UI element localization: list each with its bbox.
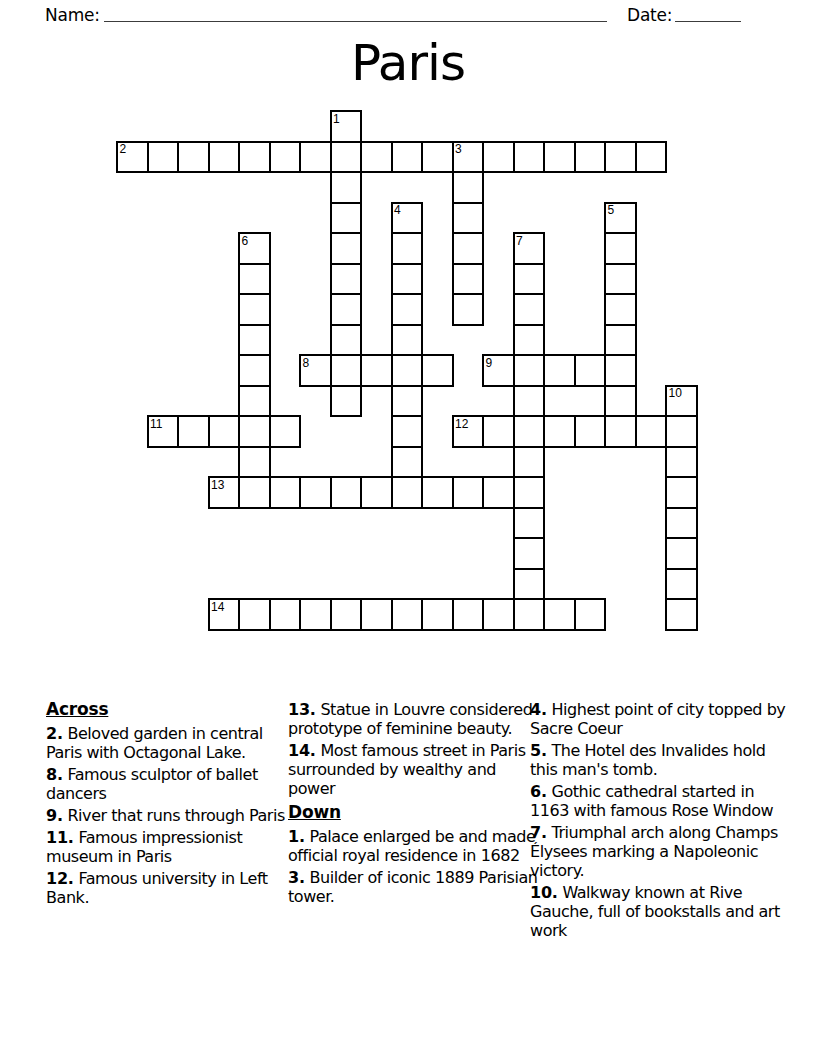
cell-r9-c16[interactable] bbox=[604, 385, 637, 418]
down-heading: Down bbox=[288, 803, 540, 822]
cell-r4-c9[interactable] bbox=[391, 232, 424, 265]
cell-r10-c1[interactable] bbox=[147, 415, 180, 448]
cell-r8-c15[interactable] bbox=[574, 354, 607, 387]
cell-r10-c14[interactable] bbox=[543, 415, 576, 448]
cell-r16-c3[interactable] bbox=[208, 598, 241, 631]
cell-r10-c12[interactable] bbox=[482, 415, 515, 448]
down-clues-group-1: 1. Palace enlarged be and made official … bbox=[288, 827, 540, 906]
cell-r12-c8[interactable] bbox=[360, 476, 393, 509]
cell-r8-c6[interactable] bbox=[299, 354, 332, 387]
cell-r7-c7[interactable] bbox=[330, 324, 363, 357]
cell-r16-c9[interactable] bbox=[391, 598, 424, 631]
cell-r11-c9[interactable] bbox=[391, 446, 424, 479]
clue-down-6: 6. Gothic cathedral started in 1163 with… bbox=[530, 782, 786, 820]
cell-r8-c14[interactable] bbox=[543, 354, 576, 387]
across-clues-group-1: 2. Beloved garden in central Paris with … bbox=[46, 724, 296, 907]
cell-r1-c9[interactable] bbox=[391, 141, 424, 174]
cell-r8-c12[interactable] bbox=[482, 354, 515, 387]
clue-down-5: 5. The Hotel des Invalides hold this man… bbox=[530, 741, 786, 779]
cell-r16-c10[interactable] bbox=[421, 598, 454, 631]
cell-r11-c4[interactable] bbox=[238, 446, 271, 479]
cell-r10-c16[interactable] bbox=[604, 415, 637, 448]
cell-r2-c7[interactable] bbox=[330, 171, 363, 204]
cell-r10-c9[interactable] bbox=[391, 415, 424, 448]
cell-r14-c13[interactable] bbox=[513, 537, 546, 570]
clue-across-12: 12. Famous university in Left Bank. bbox=[46, 869, 296, 907]
clue-across-11: 11. Famous impressionist museum in Paris bbox=[46, 828, 296, 866]
cell-r1-c17[interactable] bbox=[635, 141, 668, 174]
worksheet-header: Name: Date: bbox=[0, 0, 816, 30]
cell-r5-c11[interactable] bbox=[452, 263, 485, 296]
cell-r12-c9[interactable] bbox=[391, 476, 424, 509]
cell-r16-c8[interactable] bbox=[360, 598, 393, 631]
clue-across-8: 8. Famous sculptor of ballet dancers bbox=[46, 765, 296, 803]
cell-r10-c15[interactable] bbox=[574, 415, 607, 448]
cell-r8-c16[interactable] bbox=[604, 354, 637, 387]
cell-r7-c9[interactable] bbox=[391, 324, 424, 357]
cell-r6-c7[interactable] bbox=[330, 293, 363, 326]
cell-r1-c14[interactable] bbox=[543, 141, 576, 174]
cell-r8-c8[interactable] bbox=[360, 354, 393, 387]
cell-r5-c7[interactable] bbox=[330, 263, 363, 296]
cell-r12-c18[interactable] bbox=[665, 476, 698, 509]
cell-r13-c18[interactable] bbox=[665, 507, 698, 540]
cell-r12-c5[interactable] bbox=[269, 476, 302, 509]
cell-r5-c4[interactable] bbox=[238, 263, 271, 296]
cell-r1-c11[interactable] bbox=[452, 141, 485, 174]
cell-r1-c4[interactable] bbox=[238, 141, 271, 174]
cell-r4-c4[interactable] bbox=[238, 232, 271, 265]
cell-r1-c2[interactable] bbox=[177, 141, 210, 174]
cell-r12-c6[interactable] bbox=[299, 476, 332, 509]
cell-r16-c6[interactable] bbox=[299, 598, 332, 631]
cell-r12-c4[interactable] bbox=[238, 476, 271, 509]
cell-r1-c15[interactable] bbox=[574, 141, 607, 174]
cell-r2-c11[interactable] bbox=[452, 171, 485, 204]
cell-r8-c13[interactable] bbox=[513, 354, 546, 387]
clue-down-7: 7. Triumphal arch along Champs Élysees m… bbox=[530, 823, 786, 880]
cell-r10-c11[interactable] bbox=[452, 415, 485, 448]
crossword-grid: 1234567891011121314 bbox=[116, 110, 698, 631]
cell-r0-c7[interactable] bbox=[330, 110, 363, 143]
cell-r5-c13[interactable] bbox=[513, 263, 546, 296]
cell-r12-c10[interactable] bbox=[421, 476, 454, 509]
cell-r10-c5[interactable] bbox=[269, 415, 302, 448]
cell-r7-c4[interactable] bbox=[238, 324, 271, 357]
clues-column-2: 13. Statue in Louvre considered prototyp… bbox=[288, 700, 540, 909]
cell-r6-c11[interactable] bbox=[452, 293, 485, 326]
cell-r5-c16[interactable] bbox=[604, 263, 637, 296]
cell-r16-c11[interactable] bbox=[452, 598, 485, 631]
cell-r10-c4[interactable] bbox=[238, 415, 271, 448]
clue-down-3: 3. Builder of iconic 1889 Parisian tower… bbox=[288, 868, 540, 906]
cell-r1-c3[interactable] bbox=[208, 141, 241, 174]
cell-r16-c5[interactable] bbox=[269, 598, 302, 631]
page-title: Paris bbox=[0, 35, 816, 91]
cell-r3-c9[interactable] bbox=[391, 202, 424, 235]
cell-r6-c4[interactable] bbox=[238, 293, 271, 326]
cell-r8-c4[interactable] bbox=[238, 354, 271, 387]
cell-r16-c18[interactable] bbox=[665, 598, 698, 631]
clue-down-4: 4. Highest point of city topped by Sacre… bbox=[530, 700, 786, 738]
cell-r1-c5[interactable] bbox=[269, 141, 302, 174]
cell-r5-c9[interactable] bbox=[391, 263, 424, 296]
cell-r4-c16[interactable] bbox=[604, 232, 637, 265]
cell-r16-c7[interactable] bbox=[330, 598, 363, 631]
cell-r9-c4[interactable] bbox=[238, 385, 271, 418]
cell-r7-c16[interactable] bbox=[604, 324, 637, 357]
cell-r8-c10[interactable] bbox=[421, 354, 454, 387]
cell-r1-c12[interactable] bbox=[482, 141, 515, 174]
clue-across-9: 9. River that runs through Paris bbox=[46, 806, 296, 825]
across-clues-group-2: 13. Statue in Louvre considered prototyp… bbox=[288, 700, 540, 798]
clue-across-14: 14. Most famous street in Paris surround… bbox=[288, 741, 540, 798]
cell-r3-c16[interactable] bbox=[604, 202, 637, 235]
cell-r1-c7[interactable] bbox=[330, 141, 363, 174]
cell-r3-c7[interactable] bbox=[330, 202, 363, 235]
cell-r14-c18[interactable] bbox=[665, 537, 698, 570]
date-blank-line[interactable] bbox=[675, 21, 741, 22]
cell-r1-c13[interactable] bbox=[513, 141, 546, 174]
cell-r3-c11[interactable] bbox=[452, 202, 485, 235]
cell-r10-c17[interactable] bbox=[635, 415, 668, 448]
cell-r6-c16[interactable] bbox=[604, 293, 637, 326]
clue-across-13: 13. Statue in Louvre considered prototyp… bbox=[288, 700, 540, 738]
cell-r1-c10[interactable] bbox=[421, 141, 454, 174]
cell-r16-c14[interactable] bbox=[543, 598, 576, 631]
cell-r6-c13[interactable] bbox=[513, 293, 546, 326]
clue-down-1: 1. Palace enlarged be and made official … bbox=[288, 827, 540, 865]
clue-across-2: 2. Beloved garden in central Paris with … bbox=[46, 724, 296, 762]
name-blank-line[interactable] bbox=[104, 21, 607, 22]
cell-r16-c15[interactable] bbox=[574, 598, 607, 631]
cell-r1-c8[interactable] bbox=[360, 141, 393, 174]
cell-r10-c3[interactable] bbox=[208, 415, 241, 448]
cell-r8-c9[interactable] bbox=[391, 354, 424, 387]
clues-column-1: Across 2. Beloved garden in central Pari… bbox=[46, 700, 296, 910]
cell-r9-c7[interactable] bbox=[330, 385, 363, 418]
cell-r11-c18[interactable] bbox=[665, 446, 698, 479]
cell-r12-c11[interactable] bbox=[452, 476, 485, 509]
down-clues-group-2: 4. Highest point of city topped by Sacre… bbox=[530, 700, 786, 940]
cell-r10-c18[interactable] bbox=[665, 415, 698, 448]
cell-r9-c13[interactable] bbox=[513, 385, 546, 418]
cell-r15-c13[interactable] bbox=[513, 568, 546, 601]
cell-r1-c16[interactable] bbox=[604, 141, 637, 174]
cell-r12-c13[interactable] bbox=[513, 476, 546, 509]
cell-r11-c13[interactable] bbox=[513, 446, 546, 479]
cell-r12-c3[interactable] bbox=[208, 476, 241, 509]
cell-r10-c13[interactable] bbox=[513, 415, 546, 448]
cell-r15-c18[interactable] bbox=[665, 568, 698, 601]
cell-r6-c9[interactable] bbox=[391, 293, 424, 326]
cell-r8-c7[interactable] bbox=[330, 354, 363, 387]
cell-r16-c12[interactable] bbox=[482, 598, 515, 631]
cell-r4-c11[interactable] bbox=[452, 232, 485, 265]
cell-r12-c12[interactable] bbox=[482, 476, 515, 509]
cell-r12-c7[interactable] bbox=[330, 476, 363, 509]
clue-down-10: 10. Walkway known at Rive Gauche, full o… bbox=[530, 883, 786, 940]
cell-r1-c0[interactable] bbox=[116, 141, 149, 174]
date-label: Date: bbox=[627, 5, 672, 25]
cell-r10-c2[interactable] bbox=[177, 415, 210, 448]
cell-r16-c13[interactable] bbox=[513, 598, 546, 631]
cell-r9-c9[interactable] bbox=[391, 385, 424, 418]
down-heading-wrap: Down bbox=[288, 803, 540, 822]
cell-r13-c13[interactable] bbox=[513, 507, 546, 540]
cell-r16-c4[interactable] bbox=[238, 598, 271, 631]
cell-r9-c18[interactable] bbox=[665, 385, 698, 418]
cell-r4-c7[interactable] bbox=[330, 232, 363, 265]
cell-r4-c13[interactable] bbox=[513, 232, 546, 265]
cell-r1-c6[interactable] bbox=[299, 141, 332, 174]
cell-r1-c1[interactable] bbox=[147, 141, 180, 174]
name-label: Name: bbox=[45, 5, 100, 25]
across-heading: Across bbox=[46, 700, 296, 719]
clues-column-3: 4. Highest point of city topped by Sacre… bbox=[530, 700, 786, 943]
cell-r7-c13[interactable] bbox=[513, 324, 546, 357]
